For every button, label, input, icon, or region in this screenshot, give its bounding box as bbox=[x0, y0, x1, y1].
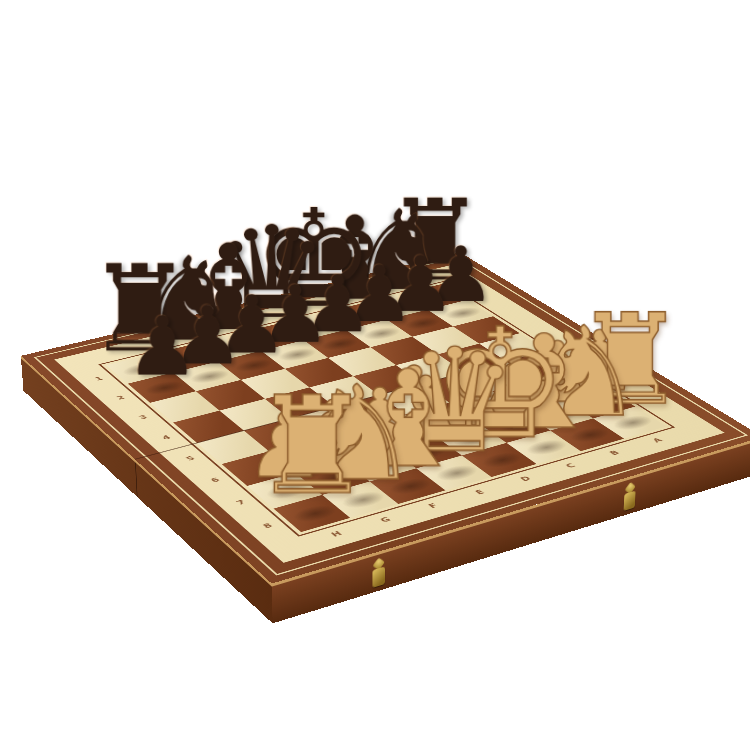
fold-seam-side bbox=[135, 462, 138, 497]
pawn-glyph: ♟ bbox=[125, 306, 198, 387]
product-photo-scene: 12345678HGFEDCBA ♜♞♝♛♚♝♞♜♟♟♟♟♟♟♟♟♟♟♟♟♟♟♟… bbox=[0, 0, 750, 750]
pieces-layer: ♜♞♝♛♚♝♞♜♟♟♟♟♟♟♟♟♟♟♟♟♟♟♟♟♜♞♝♛♚♝♞♜ bbox=[21, 252, 460, 355]
board-top: 12345678HGFEDCBA ♜♞♝♛♚♝♞♜♟♟♟♟♟♟♟♟♟♟♟♟♟♟♟… bbox=[21, 252, 750, 583]
chess-board: 12345678HGFEDCBA ♜♞♝♛♚♝♞♜♟♟♟♟♟♟♟♟♟♟♟♟♟♟♟… bbox=[21, 252, 750, 583]
brass-latch-1 bbox=[371, 557, 386, 593]
latch-body bbox=[372, 566, 385, 587]
latch-body bbox=[624, 491, 636, 511]
rook-glyph: ♜ bbox=[252, 379, 372, 513]
brass-latch-2 bbox=[623, 482, 637, 516]
